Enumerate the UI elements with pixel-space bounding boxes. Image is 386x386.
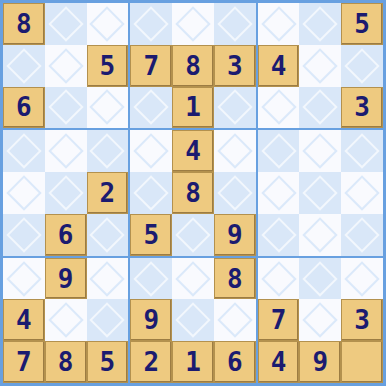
cell-r9c1-given: 7: [3, 341, 45, 383]
cell-r7c2-given: 9: [45, 258, 87, 300]
cell-r8c1-given: 4: [3, 299, 45, 341]
cell-r4c4[interactable]: [130, 130, 172, 172]
cell-r8c3[interactable]: [87, 299, 129, 341]
cell-r6c2-given: 6: [45, 214, 87, 256]
cell-r4c3[interactable]: [87, 130, 129, 172]
cell-r4c6[interactable]: [214, 130, 256, 172]
cell-r1c3[interactable]: [87, 3, 129, 45]
cell-r8c4-given: 9: [130, 299, 172, 341]
cell-r3c9-given: 3: [341, 87, 383, 129]
cell-r1c5[interactable]: [172, 3, 214, 45]
cell-r8c8[interactable]: [299, 299, 341, 341]
cell-r9c9-given: [341, 341, 383, 383]
cell-r4c1[interactable]: [3, 130, 45, 172]
cell-r4c5-given: 4: [172, 130, 214, 172]
cell-r3c6[interactable]: [214, 87, 256, 129]
cell-r8c9-given: 3: [341, 299, 383, 341]
cell-r8c6[interactable]: [214, 299, 256, 341]
cell-r6c9[interactable]: [341, 214, 383, 256]
cell-r9c4-given: 2: [130, 341, 172, 383]
cell-r3c2[interactable]: [45, 87, 87, 129]
box-2-1: 26: [3, 130, 128, 255]
cell-r5c8[interactable]: [299, 172, 341, 214]
cell-r4c7[interactable]: [258, 130, 300, 172]
cell-r1c6[interactable]: [214, 3, 256, 45]
cell-r2c9[interactable]: [341, 45, 383, 87]
box-3-3: 7349: [258, 258, 383, 383]
cell-r9c8-given: 9: [299, 341, 341, 383]
cell-r5c2[interactable]: [45, 172, 87, 214]
box-2-3: [258, 130, 383, 255]
cell-r1c2[interactable]: [45, 3, 87, 45]
cell-r7c7[interactable]: [258, 258, 300, 300]
cell-r1c1-given: 8: [3, 3, 45, 45]
cell-r9c7-given: 4: [258, 341, 300, 383]
cell-r3c1-given: 6: [3, 87, 45, 129]
cell-r2c7-given: 4: [258, 45, 300, 87]
cell-r4c8[interactable]: [299, 130, 341, 172]
cell-r6c6-given: 9: [214, 214, 256, 256]
cell-r3c8[interactable]: [299, 87, 341, 129]
cell-r8c7-given: 7: [258, 299, 300, 341]
cell-r6c4-given: 5: [130, 214, 172, 256]
cell-r5c5-given: 8: [172, 172, 214, 214]
box-2-2: 4859: [130, 130, 255, 255]
cell-r2c3-given: 5: [87, 45, 129, 87]
cell-r6c7[interactable]: [258, 214, 300, 256]
cell-r3c5-given: 1: [172, 87, 214, 129]
box-3-1: 94785: [3, 258, 128, 383]
cell-r1c9-given: 5: [341, 3, 383, 45]
box-1-1: 856: [3, 3, 128, 128]
cell-r2c5-given: 8: [172, 45, 214, 87]
cell-r7c1[interactable]: [3, 258, 45, 300]
cell-r6c3[interactable]: [87, 214, 129, 256]
cell-r7c8[interactable]: [299, 258, 341, 300]
cell-r5c1[interactable]: [3, 172, 45, 214]
box-1-2: 7831: [130, 3, 255, 128]
cell-r9c3-given: 5: [87, 341, 129, 383]
cell-r7c9[interactable]: [341, 258, 383, 300]
cell-r9c5-given: 1: [172, 341, 214, 383]
cell-r4c9[interactable]: [341, 130, 383, 172]
cell-r4c2[interactable]: [45, 130, 87, 172]
box-1-3: 543: [258, 3, 383, 128]
cell-r6c1[interactable]: [3, 214, 45, 256]
cell-r2c6-given: 3: [214, 45, 256, 87]
cell-r5c4[interactable]: [130, 172, 172, 214]
cell-r2c1[interactable]: [3, 45, 45, 87]
cell-r5c3-given: 2: [87, 172, 129, 214]
cell-r7c5[interactable]: [172, 258, 214, 300]
cell-r1c7[interactable]: [258, 3, 300, 45]
cell-r1c4[interactable]: [130, 3, 172, 45]
cell-r6c5[interactable]: [172, 214, 214, 256]
cell-r2c8[interactable]: [299, 45, 341, 87]
cell-r7c4[interactable]: [130, 258, 172, 300]
cell-r5c7[interactable]: [258, 172, 300, 214]
cell-r5c9[interactable]: [341, 172, 383, 214]
cell-r5c6[interactable]: [214, 172, 256, 214]
cell-r3c3[interactable]: [87, 87, 129, 129]
cell-r1c8[interactable]: [299, 3, 341, 45]
cell-r9c6-given: 6: [214, 341, 256, 383]
cell-r9c2-given: 8: [45, 341, 87, 383]
cell-r3c7[interactable]: [258, 87, 300, 129]
cell-r7c3[interactable]: [87, 258, 129, 300]
sudoku-board: 856783154326485994785892167349: [0, 0, 386, 386]
cell-r2c2[interactable]: [45, 45, 87, 87]
cell-r8c2[interactable]: [45, 299, 87, 341]
box-3-2: 89216: [130, 258, 255, 383]
cell-r3c4[interactable]: [130, 87, 172, 129]
cell-r6c8[interactable]: [299, 214, 341, 256]
cell-r8c5[interactable]: [172, 299, 214, 341]
cell-r7c6-given: 8: [214, 258, 256, 300]
cell-r2c4-given: 7: [130, 45, 172, 87]
